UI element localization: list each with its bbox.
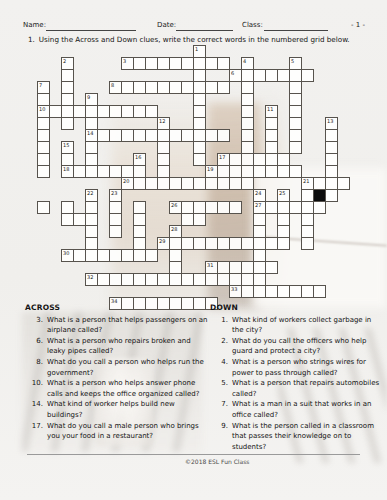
name-field[interactable] [46,22,136,31]
clue-item: 14.What kind of worker helps build new b… [25,399,211,420]
cell-number: 4 [243,58,246,64]
grid-cell[interactable] [109,225,122,238]
grid-cell[interactable] [313,201,326,214]
clue-item: 8.What do you call a person who helps ru… [25,357,211,378]
cell-number: 10 [39,106,45,112]
cell-number: 21 [303,178,309,184]
clue-number: 9. [210,421,232,453]
clue-number: 5. [210,378,232,399]
clue-item: 4.What is a person who strings wires for… [210,357,384,378]
clue-text: What is a person who helps answer phone … [47,378,211,399]
cell-number: 22 [87,190,93,196]
cell-number: 25 [279,190,285,196]
grid-cell[interactable] [61,117,74,130]
cell-number: 27 [255,202,261,208]
clue-item: 3.What is a person that helps passengers… [25,315,211,336]
cell-number: 1 [195,46,198,52]
grid-cell[interactable] [37,165,50,178]
crossword-grid: 1234567891011121314151617181920212223242… [37,45,350,310]
cell-number: 32 [87,274,93,280]
cell-number: 13 [327,118,333,124]
cell-number: 17 [219,154,225,160]
down-list: 1.What kind of workers collect garbage i… [210,315,384,453]
clue-number: 14. [25,399,47,420]
down-clues: DOWN 1.What kind of workers collect garb… [210,303,384,452]
cell-number: 18 [63,166,69,172]
grid-cell[interactable] [217,129,230,142]
clue-text: What kind of workers collect garbage in … [232,315,384,336]
cell-number: 5 [291,58,294,64]
clue-item: 10.What is a person who helps answer pho… [25,378,211,399]
cell-number: 30 [63,250,69,256]
clue-text: What kind of worker helps build new buil… [47,399,211,420]
grid-cell[interactable] [37,201,50,214]
cell-number: 16 [135,154,141,160]
clue-item: 17.What do you call a male person who br… [25,421,211,442]
grid-cell[interactable] [229,201,242,214]
clue-number: 7. [210,399,232,420]
grid-cell[interactable] [289,141,302,154]
grid-cell[interactable] [325,189,338,202]
cell-number: 24 [255,190,261,196]
across-list: 3.What is a person that helps passengers… [25,315,211,442]
class-field[interactable] [264,22,328,31]
grid-cell[interactable] [301,237,314,250]
clue-item: 7.What is a man in a suit that works in … [210,399,384,420]
clue-text: What is a person that repairs automobile… [232,378,384,399]
clue-number: 4. [210,357,232,378]
down-title: DOWN [210,303,384,314]
cell-number: 8 [111,82,114,88]
grid-cell[interactable] [277,237,290,250]
clue-text: What is a person who repairs broken and … [47,336,211,357]
clue-text: What is a person who strings wires for p… [232,357,384,378]
clue-number: 1. [210,315,232,336]
clue-text: What is the person called in a classroom… [232,421,384,453]
clue-text: What do you call the officers who help g… [232,336,384,357]
name-label: Name: [23,21,46,29]
grid-cell[interactable] [217,81,230,94]
clue-number: 6. [25,336,47,357]
clue-text: What do you call a male person who bring… [47,421,211,442]
clue-number: 2. [210,336,232,357]
class-label: Class: [242,21,263,29]
date-label: Date: [157,21,176,29]
grid-cell[interactable] [337,177,350,190]
clue-text: What do you call a person who helps run … [47,357,211,378]
instruction: 1.Using the Across and Down clues, write… [28,35,368,44]
clue-item: 5.What is a person that repairs automobi… [210,378,384,399]
instruction-number: 1. [28,35,35,44]
instruction-text: Using the Across and Down clues, write t… [39,35,350,44]
cell-number: 19 [207,166,213,172]
cell-number: 7 [39,82,42,88]
cell-number: 12 [159,118,165,124]
cell-number: 33 [231,286,237,292]
cell-number: 31 [207,262,213,268]
cell-number: 14 [87,130,93,136]
cell-number: 9 [87,94,90,100]
cell-number: 29 [159,238,165,244]
worksheet-page: Name: Date: Class: - 1 - 1.Using the Acr… [0,0,387,500]
cell-number: 20 [123,178,129,184]
across-clues: ACROSS 3.What is a person that helps pas… [25,303,211,442]
grid-cell[interactable] [313,285,326,298]
clue-item: 2.What do you call the officers who help… [210,336,384,357]
clue-number: 10. [25,378,47,399]
cell-number: 11 [267,106,273,112]
clue-number: 8. [25,357,47,378]
page-number: - 1 - [351,21,365,29]
copyright: ©2018 ESL Fun Class [185,458,249,465]
cell-number: 28 [171,226,177,232]
cell-number: 3 [123,58,126,64]
grid-cell[interactable] [301,69,314,82]
clue-item: 6.What is a person who repairs broken an… [25,336,211,357]
grid-cell[interactable] [265,261,278,274]
cell-number: 26 [171,202,177,208]
grid-cell[interactable] [145,249,158,262]
clue-item: 9.What is the person called in a classro… [210,421,384,453]
clue-number: 17. [25,421,47,442]
grid-cell[interactable] [193,213,206,226]
header: Name: Date: Class: - 1 - [0,21,387,33]
cell-number: 6 [231,70,234,76]
clue-number: 3. [25,315,47,336]
cell-number: 23 [111,190,117,196]
clue-item: 1.What kind of workers collect garbage i… [210,315,384,336]
across-title: ACROSS [25,303,211,314]
cell-number: 15 [63,142,69,148]
clue-text: What is a man in a suit that works in an… [232,399,384,420]
cell-number: 2 [63,58,66,64]
clue-text: What is a person that helps passengers o… [47,315,211,336]
date-field[interactable] [176,22,233,31]
footer-rule [27,454,360,455]
